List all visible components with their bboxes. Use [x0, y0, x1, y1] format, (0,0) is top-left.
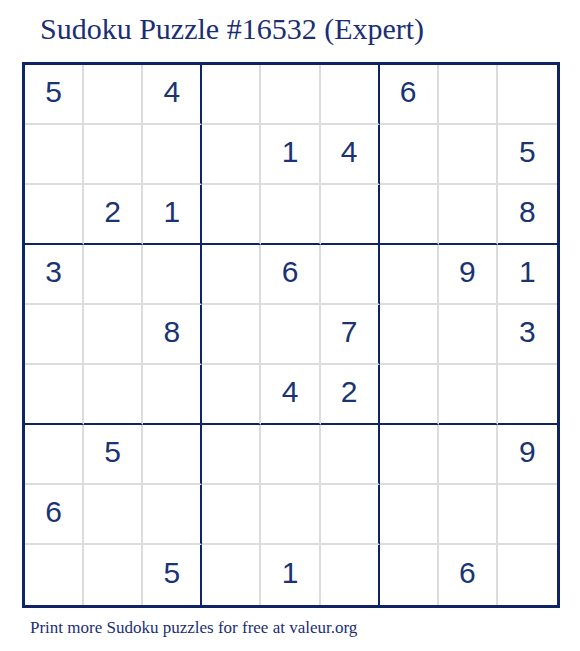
sudoku-cell-empty-r3c7: [380, 185, 439, 245]
sudoku-cell-given-r8c1: 6: [25, 485, 84, 545]
sudoku-cell-empty-r6c4: [202, 365, 261, 425]
sudoku-cell-empty-r9c2: [84, 545, 143, 605]
sudoku-cell-given-r2c6: 4: [321, 125, 380, 185]
sudoku-cell-empty-r4c4: [202, 245, 261, 305]
sudoku-cell-empty-r5c4: [202, 305, 261, 365]
sudoku-cell-given-r9c3: 5: [143, 545, 202, 605]
sudoku-cell-empty-r8c3: [143, 485, 202, 545]
sudoku-cell-given-r1c7: 6: [380, 65, 439, 125]
sudoku-cell-given-r3c3: 1: [143, 185, 202, 245]
sudoku-cell-given-r2c9: 5: [498, 125, 557, 185]
footer-text: Print more Sudoku puzzles for free at va…: [30, 618, 357, 638]
sudoku-cell-given-r4c9: 1: [498, 245, 557, 305]
sudoku-cell-given-r7c9: 9: [498, 425, 557, 485]
sudoku-cell-given-r4c8: 9: [439, 245, 498, 305]
sudoku-cell-empty-r2c1: [25, 125, 84, 185]
sudoku-cell-given-r9c5: 1: [261, 545, 320, 605]
sudoku-cell-empty-r2c4: [202, 125, 261, 185]
sudoku-cell-given-r3c2: 2: [84, 185, 143, 245]
sudoku-cell-empty-r8c9: [498, 485, 557, 545]
sudoku-cell-empty-r9c6: [321, 545, 380, 605]
sudoku-cell-given-r5c9: 3: [498, 305, 557, 365]
sudoku-cell-empty-r3c8: [439, 185, 498, 245]
sudoku-cell-empty-r8c5: [261, 485, 320, 545]
sudoku-cell-given-r9c9: [498, 545, 557, 605]
sudoku-cell-empty-r1c4: [202, 65, 261, 125]
sudoku-cell-empty-r6c7: [380, 365, 439, 425]
sudoku-cell-empty-r1c8: [439, 65, 498, 125]
sudoku-cell-empty-r7c5: [261, 425, 320, 485]
sudoku-cell-empty-r8c7: [380, 485, 439, 545]
sudoku-cell-empty-r3c5: [261, 185, 320, 245]
sudoku-cell-given-r9c8: 6: [439, 545, 498, 605]
sudoku-cell-empty-r8c4: [202, 485, 261, 545]
sudoku-cell-empty-r2c3: [143, 125, 202, 185]
sudoku-cell-empty-r6c9: [498, 365, 557, 425]
sudoku-cell-empty-r4c2: [84, 245, 143, 305]
page-title: Sudoku Puzzle #16532 (Expert): [40, 12, 424, 46]
sudoku-board: 546145218369187342596516: [22, 62, 560, 608]
sudoku-cell-empty-r5c8: [439, 305, 498, 365]
sudoku-cell-empty-r2c8: [439, 125, 498, 185]
sudoku-cell-empty-r7c4: [202, 425, 261, 485]
sudoku-cell-empty-r5c5: [261, 305, 320, 365]
sudoku-cell-given-r1c3: 4: [143, 65, 202, 125]
sudoku-cell-empty-r1c5: [261, 65, 320, 125]
sudoku-cell-given-r5c3: 8: [143, 305, 202, 365]
sudoku-cell-empty-r7c3: [143, 425, 202, 485]
sudoku-cell-given-r1c1: 5: [25, 65, 84, 125]
sudoku-cell-empty-r4c7: [380, 245, 439, 305]
sudoku-cell-empty-r9c1: [25, 545, 84, 605]
sudoku-cell-given-r2c5: 1: [261, 125, 320, 185]
sudoku-cell-empty-r6c1: [25, 365, 84, 425]
sudoku-cell-empty-r8c2: [84, 485, 143, 545]
sudoku-cell-empty-r1c6: [321, 65, 380, 125]
sudoku-cell-given-r3c9: 8: [498, 185, 557, 245]
sudoku-cell-given-r5c6: 7: [321, 305, 380, 365]
sudoku-cell-empty-r5c7: [380, 305, 439, 365]
sudoku-cell-empty-r5c2: [84, 305, 143, 365]
sudoku-cell-empty-r7c1: [25, 425, 84, 485]
sudoku-cell-empty-r6c3: [143, 365, 202, 425]
sudoku-cell-empty-r6c2: [84, 365, 143, 425]
sudoku-cell-given-r7c2: 5: [84, 425, 143, 485]
sudoku-cell-empty-r8c8: [439, 485, 498, 545]
sudoku-cell-empty-r2c2: [84, 125, 143, 185]
sudoku-cell-empty-r7c7: [380, 425, 439, 485]
sudoku-cell-empty-r1c2: [84, 65, 143, 125]
sudoku-cell-given-r4c5: 6: [261, 245, 320, 305]
sudoku-cell-empty-r6c8: [439, 365, 498, 425]
sudoku-cell-empty-r8c6: [321, 485, 380, 545]
sudoku-cell-empty-r5c1: [25, 305, 84, 365]
sudoku-cell-empty-r2c7: [380, 125, 439, 185]
sudoku-cell-given-r4c1: 3: [25, 245, 84, 305]
sudoku-cell-empty-r7c6: [321, 425, 380, 485]
sudoku-cell-empty-r9c4: [202, 545, 261, 605]
sudoku-cell-empty-r4c3: [143, 245, 202, 305]
sudoku-cell-empty-r9c7: [380, 545, 439, 605]
sudoku-cell-empty-r3c1: [25, 185, 84, 245]
sudoku-cell-given-r6c6: 2: [321, 365, 380, 425]
sudoku-cell-empty-r1c9: [498, 65, 557, 125]
sudoku-cell-empty-r4c6: [321, 245, 380, 305]
sudoku-cell-empty-r3c6: [321, 185, 380, 245]
sudoku-cell-empty-r3c4: [202, 185, 261, 245]
sudoku-page: Sudoku Puzzle #16532 (Expert) 5461452183…: [0, 0, 580, 651]
sudoku-cell-empty-r7c8: [439, 425, 498, 485]
sudoku-cell-given-r6c5: 4: [261, 365, 320, 425]
